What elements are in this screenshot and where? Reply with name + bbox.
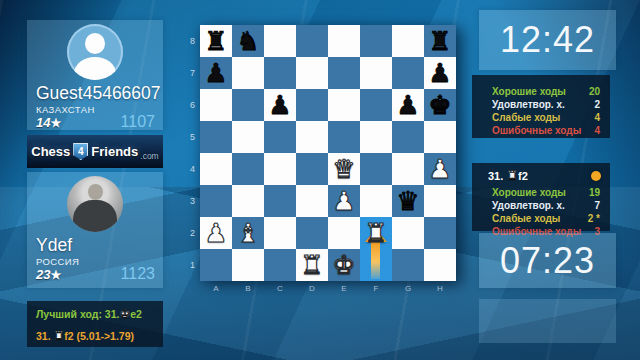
rank-label-8: 8 — [182, 25, 195, 57]
square-f8[interactable] — [360, 25, 392, 57]
square-b3[interactable] — [232, 185, 264, 217]
square-d8[interactable] — [296, 25, 328, 57]
file-label-e: E — [328, 284, 360, 293]
square-g8[interactable] — [392, 25, 424, 57]
square-a7[interactable]: ♟ — [200, 57, 232, 89]
square-h2[interactable] — [424, 217, 456, 249]
stat-label: Слабые ходы — [492, 212, 560, 225]
stat-value: 4 — [594, 124, 600, 137]
square-h3[interactable] — [424, 185, 456, 217]
file-label-c: C — [264, 284, 296, 293]
piece-white-bishop[interactable]: ♝ — [232, 217, 264, 249]
square-f7[interactable] — [360, 57, 392, 89]
square-c4[interactable] — [264, 153, 296, 185]
file-label-f: F — [360, 284, 392, 293]
piece-black-queen[interactable]: ♛ — [392, 185, 424, 217]
stat-value: 7 — [594, 199, 600, 212]
square-b7[interactable] — [232, 57, 264, 89]
piece-black-rook[interactable]: ♜ — [424, 25, 456, 57]
file-labels: ABCDEFGH — [200, 284, 456, 293]
played-move-line: 31. ♜f2 (5.01->1.79) — [36, 329, 134, 343]
rook-icon: ♜ — [506, 168, 518, 183]
site-logo[interactable]: Chess 4 Friends .com — [27, 135, 163, 168]
player-level: 14★ — [36, 115, 61, 130]
square-d7[interactable] — [296, 57, 328, 89]
avatar-photo[interactable] — [67, 176, 123, 232]
square-a4[interactable] — [200, 153, 232, 185]
square-h4[interactable]: ♟ — [424, 153, 456, 185]
clock-bottom-time: 07:23 — [500, 240, 595, 282]
square-a2[interactable]: ♟ — [200, 217, 232, 249]
stat-row-ok: Удовлетвор. х.7 — [472, 199, 610, 212]
avatar-photo-head — [88, 184, 103, 200]
stat-value: 4 — [594, 111, 600, 124]
stat-row-ok: Удовлетвор. х.2 — [472, 98, 610, 111]
rook-icon: ♜ — [54, 329, 65, 343]
square-c3[interactable] — [264, 185, 296, 217]
piece-black-knight[interactable]: ♞ — [232, 25, 264, 57]
stat-row-good: Хорошие ходы19 — [472, 186, 610, 199]
stat-label: Ошибочные ходы — [492, 124, 581, 137]
square-e6[interactable] — [328, 89, 360, 121]
square-g2[interactable] — [392, 217, 424, 249]
square-f4[interactable] — [360, 153, 392, 185]
file-label-a: A — [200, 284, 232, 293]
square-h1[interactable] — [424, 249, 456, 281]
square-h5[interactable] — [424, 121, 456, 153]
piece-white-king[interactable]: ♚ — [328, 249, 360, 281]
square-e3[interactable]: ♟ — [328, 185, 360, 217]
avatar-photo-torso — [73, 200, 117, 232]
square-b1[interactable] — [232, 249, 264, 281]
game-stats-panel: Хорошие ходы20Удовлетвор. х.2Слабые ходы… — [472, 75, 610, 138]
clock-top: 12:42 — [479, 10, 616, 70]
file-label-b: B — [232, 284, 264, 293]
square-g5[interactable] — [392, 121, 424, 153]
square-g6[interactable]: ♟ — [392, 89, 424, 121]
clock-top-time: 12:42 — [500, 19, 595, 61]
square-e7[interactable] — [328, 57, 360, 89]
rank-label-2: 2 — [182, 217, 195, 249]
move-stats-rows: Хорошие ходы19Удовлетвор. х.7Слабые ходы… — [472, 186, 610, 238]
stat-row-weak: Слабые ходы2 * — [472, 212, 610, 225]
rank-label-5: 5 — [182, 121, 195, 153]
square-d2[interactable] — [296, 217, 328, 249]
stat-label: Хорошие ходы — [492, 186, 566, 199]
square-c5[interactable] — [264, 121, 296, 153]
square-b2[interactable]: ♝ — [232, 217, 264, 249]
king-icon: ♚ — [119, 307, 130, 321]
player-card-top: Guest45466607 КАЗАХСТАН 14★ 1107 — [27, 20, 163, 130]
best-move-line: Лучший ход: 31.♚e2 — [36, 307, 142, 321]
player-level: 23★ — [36, 267, 61, 282]
square-f2[interactable]: ♜ — [360, 217, 392, 249]
square-f6[interactable] — [360, 89, 392, 121]
square-a6[interactable] — [200, 89, 232, 121]
chess-board[interactable]: ♜♞♜♟♟♟♟♚♛♟♟♛♟♝♜♜♚ — [200, 25, 456, 281]
square-c2[interactable] — [264, 217, 296, 249]
stat-value: 20 — [589, 85, 600, 98]
stat-row-good: Хорошие ходы20 — [472, 85, 610, 98]
piece-white-rook[interactable]: ♜ — [360, 217, 392, 249]
square-f5[interactable] — [360, 121, 392, 153]
piece-white-queen[interactable]: ♛ — [328, 153, 360, 185]
rank-label-1: 1 — [182, 249, 195, 281]
avatar-head-shape — [85, 33, 105, 54]
square-h7[interactable]: ♟ — [424, 57, 456, 89]
piece-black-pawn[interactable]: ♟ — [392, 89, 424, 121]
piece-white-pawn[interactable]: ♟ — [424, 153, 456, 185]
logo-text-com: .com — [140, 151, 158, 161]
star-icon: ★ — [50, 268, 61, 282]
square-a1[interactable] — [200, 249, 232, 281]
square-h8[interactable]: ♜ — [424, 25, 456, 57]
move-stats-panel: 31. ♜f2 Хорошие ходы19Удовлетвор. х.7Сла… — [472, 163, 610, 231]
square-g3[interactable]: ♛ — [392, 185, 424, 217]
player-meta-row: 14★ 1107 — [36, 113, 155, 131]
player-rating: 1123 — [121, 265, 155, 283]
piece-white-pawn[interactable]: ♟ — [200, 217, 232, 249]
piece-black-king[interactable]: ♚ — [424, 89, 456, 121]
square-d1[interactable]: ♜ — [296, 249, 328, 281]
square-d4[interactable] — [296, 153, 328, 185]
move-label: 31. ♜f2 — [488, 168, 528, 183]
stat-value: 2 * — [588, 212, 600, 225]
rank-label-6: 6 — [182, 89, 195, 121]
logo-text-chess: Chess — [31, 144, 70, 159]
piece-white-rook[interactable]: ♜ — [296, 249, 328, 281]
square-d5[interactable] — [296, 121, 328, 153]
square-g7[interactable] — [392, 57, 424, 89]
player-rating: 1107 — [121, 113, 155, 131]
square-e1[interactable]: ♚ — [328, 249, 360, 281]
square-d6[interactable] — [296, 89, 328, 121]
square-b5[interactable] — [232, 121, 264, 153]
square-g4[interactable] — [392, 153, 424, 185]
square-e4[interactable]: ♛ — [328, 153, 360, 185]
square-c7[interactable] — [264, 57, 296, 89]
player-card-bottom: Ydef РОССИЯ 23★ 1123 — [27, 172, 163, 288]
square-f3[interactable] — [360, 185, 392, 217]
file-label-d: D — [296, 284, 328, 293]
piece-black-pawn[interactable]: ♟ — [264, 89, 296, 121]
player-name: Guest45466607 — [36, 83, 161, 104]
square-d3[interactable] — [296, 185, 328, 217]
file-label-h: H — [424, 284, 456, 293]
player-name: Ydef — [36, 235, 72, 256]
square-e8[interactable] — [328, 25, 360, 57]
move-quality-dot — [591, 171, 601, 181]
avatar-guest-silhouette[interactable] — [67, 24, 123, 80]
square-g1[interactable] — [392, 249, 424, 281]
square-c6[interactable]: ♟ — [264, 89, 296, 121]
square-c1[interactable] — [264, 249, 296, 281]
square-a5[interactable] — [200, 121, 232, 153]
chess-analysis-screen: Guest45466607 КАЗАХСТАН 14★ 1107 Chess 4… — [0, 0, 640, 360]
side-panel-empty — [479, 299, 616, 343]
stat-label: Хорошие ходы — [492, 85, 566, 98]
logo-text-friends: Friends — [91, 144, 138, 159]
stat-label: Удовлетвор. х. — [492, 98, 565, 111]
move-panel-header: 31. ♜f2 — [472, 163, 610, 186]
rank-label-7: 7 — [182, 57, 195, 89]
logo-shield-icon: 4 — [73, 143, 88, 160]
stat-label: Удовлетвор. х. — [492, 199, 565, 212]
stat-label: Слабые ходы — [492, 111, 560, 124]
file-label-g: G — [392, 284, 424, 293]
piece-black-rook[interactable]: ♜ — [200, 25, 232, 57]
engine-info-panel: Лучший ход: 31.♚e2 31. ♜f2 (5.01->1.79) — [27, 301, 163, 347]
avatar-torso-shape — [74, 57, 116, 80]
piece-white-pawn[interactable]: ♟ — [328, 185, 360, 217]
square-e2[interactable] — [328, 217, 360, 249]
square-h6[interactable]: ♚ — [424, 89, 456, 121]
piece-black-pawn[interactable]: ♟ — [200, 57, 232, 89]
rank-label-4: 4 — [182, 153, 195, 185]
stat-value: 19 — [589, 186, 600, 199]
piece-black-pawn[interactable]: ♟ — [424, 57, 456, 89]
square-f1[interactable] — [360, 249, 392, 281]
stat-row-bad: Ошибочные ходы4 — [472, 124, 610, 137]
clock-bottom: 07:23 — [479, 233, 616, 288]
square-a3[interactable] — [200, 185, 232, 217]
rank-labels: 87654321 — [182, 25, 195, 281]
square-c8[interactable] — [264, 25, 296, 57]
player-meta-row: 23★ 1123 — [36, 265, 155, 283]
square-b4[interactable] — [232, 153, 264, 185]
square-a8[interactable]: ♜ — [200, 25, 232, 57]
star-icon: ★ — [50, 116, 61, 130]
rank-label-3: 3 — [182, 185, 195, 217]
square-b6[interactable] — [232, 89, 264, 121]
stat-row-weak: Слабые ходы4 — [472, 111, 610, 124]
stat-value: 2 — [594, 98, 600, 111]
square-b8[interactable]: ♞ — [232, 25, 264, 57]
square-e5[interactable] — [328, 121, 360, 153]
